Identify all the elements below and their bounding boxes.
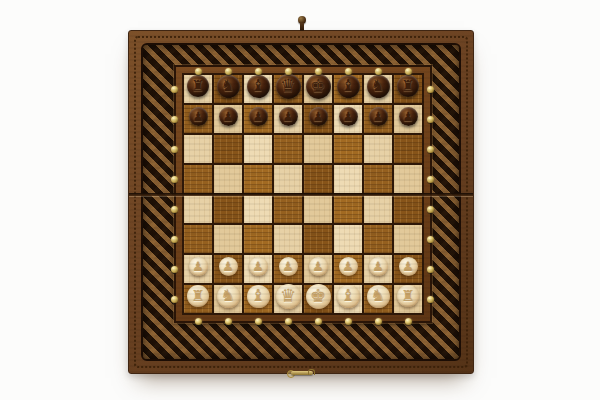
square-g4 [364, 195, 392, 223]
square-a2: ♟ [184, 255, 212, 283]
brass-stud-right-3 [427, 146, 434, 153]
square-e3 [304, 225, 332, 253]
piece-black-pawn-a7: ♟ [189, 107, 208, 126]
square-d1: ♛ [274, 285, 302, 313]
square-g2: ♟ [364, 255, 392, 283]
square-h5 [394, 165, 422, 193]
brass-stud-left-7 [171, 266, 178, 273]
photo-background: ♜♞♝♛♚♝♞♜♟♟♟♟♟♟♟♟♟♟♟♟♟♟♟♟♜♞♝♛♚♝♞♜ [0, 0, 600, 400]
brass-stud-left-3 [171, 146, 178, 153]
brass-stud-right-7 [427, 266, 434, 273]
square-h4 [394, 195, 422, 223]
piece-black-bishop-f8: ♝ [337, 75, 360, 98]
piece-white-rook-a1: ♜ [187, 285, 209, 307]
piece-white-bishop-c1: ♝ [247, 285, 270, 308]
square-a1: ♜ [184, 285, 212, 313]
brass-stud-top-2 [225, 68, 232, 75]
square-b2: ♟ [214, 255, 242, 283]
piece-black-pawn-g7: ♟ [369, 107, 388, 126]
piece-black-pawn-b7: ♟ [219, 107, 238, 126]
square-d4 [274, 195, 302, 223]
brass-stud-top-3 [255, 68, 262, 75]
square-c3 [244, 225, 272, 253]
brass-stud-bottom-6 [345, 318, 352, 325]
square-h2: ♟ [394, 255, 422, 283]
square-c4 [244, 195, 272, 223]
latch-hook [308, 369, 315, 375]
brass-stud-bottom-2 [225, 318, 232, 325]
brass-stud-top-6 [345, 68, 352, 75]
brass-stud-right-5 [427, 206, 434, 213]
brass-stud-left-8 [171, 296, 178, 303]
square-b4 [214, 195, 242, 223]
square-h3 [394, 225, 422, 253]
square-h1: ♜ [394, 285, 422, 313]
brass-stud-left-6 [171, 236, 178, 243]
square-f5 [334, 165, 362, 193]
piece-white-bishop-f1: ♝ [337, 285, 360, 308]
square-c7: ♟ [244, 105, 272, 133]
brass-stud-top-4 [285, 68, 292, 75]
piece-black-pawn-d7: ♟ [279, 107, 298, 126]
square-d3 [274, 225, 302, 253]
brass-stud-bottom-4 [285, 318, 292, 325]
square-c5 [244, 165, 272, 193]
square-g6 [364, 135, 392, 163]
brass-stud-bottom-3 [255, 318, 262, 325]
square-f1: ♝ [334, 285, 362, 313]
chess-box: ♜♞♝♛♚♝♞♜♟♟♟♟♟♟♟♟♟♟♟♟♟♟♟♟♜♞♝♛♚♝♞♜ [128, 30, 474, 374]
piece-white-king-e1: ♚ [306, 284, 331, 309]
square-e8: ♚ [304, 75, 332, 103]
brass-stud-left-5 [171, 206, 178, 213]
square-f7: ♟ [334, 105, 362, 133]
brass-stud-bottom-8 [405, 318, 412, 325]
square-d8: ♛ [274, 75, 302, 103]
square-e2: ♟ [304, 255, 332, 283]
brass-stud-left-4 [171, 176, 178, 183]
square-b5 [214, 165, 242, 193]
brass-stud-top-8 [405, 68, 412, 75]
square-g5 [364, 165, 392, 193]
piece-black-bishop-c8: ♝ [247, 75, 270, 98]
square-d5 [274, 165, 302, 193]
square-e5 [304, 165, 332, 193]
piece-white-pawn-f2: ♟ [339, 257, 358, 276]
piece-black-knight-g8: ♞ [367, 75, 390, 98]
brass-stud-right-6 [427, 236, 434, 243]
piece-black-king-e8: ♚ [306, 74, 331, 99]
square-e1: ♚ [304, 285, 332, 313]
piece-black-rook-h8: ♜ [397, 75, 419, 97]
piece-black-pawn-c7: ♟ [249, 107, 268, 126]
square-h7: ♟ [394, 105, 422, 133]
square-d6 [274, 135, 302, 163]
square-a8: ♜ [184, 75, 212, 103]
square-a7: ♟ [184, 105, 212, 133]
piece-white-pawn-c2: ♟ [249, 257, 268, 276]
piece-black-pawn-h7: ♟ [399, 107, 418, 126]
square-c6 [244, 135, 272, 163]
piece-white-knight-b1: ♞ [217, 285, 240, 308]
square-g7: ♟ [364, 105, 392, 133]
square-a5 [184, 165, 212, 193]
square-b1: ♞ [214, 285, 242, 313]
square-b7: ♟ [214, 105, 242, 133]
square-f6 [334, 135, 362, 163]
brass-stud-top-7 [375, 68, 382, 75]
square-b8: ♞ [214, 75, 242, 103]
piece-white-pawn-d2: ♟ [279, 257, 298, 276]
square-a6 [184, 135, 212, 163]
square-b6 [214, 135, 242, 163]
square-h8: ♜ [394, 75, 422, 103]
brass-stud-top-5 [315, 68, 322, 75]
square-f3 [334, 225, 362, 253]
square-b3 [214, 225, 242, 253]
hinge-pin-icon [298, 16, 306, 24]
square-f4 [334, 195, 362, 223]
square-c1: ♝ [244, 285, 272, 313]
brass-stud-right-8 [427, 296, 434, 303]
square-d7: ♟ [274, 105, 302, 133]
square-d2: ♟ [274, 255, 302, 283]
brass-stud-left-2 [171, 116, 178, 123]
piece-black-pawn-f7: ♟ [339, 107, 358, 126]
brass-stud-bottom-5 [315, 318, 322, 325]
brass-stud-right-4 [427, 176, 434, 183]
fold-seam [129, 193, 473, 196]
square-g8: ♞ [364, 75, 392, 103]
piece-black-rook-a8: ♜ [187, 75, 209, 97]
brass-stud-right-1 [427, 86, 434, 93]
brass-stud-right-2 [427, 116, 434, 123]
square-f8: ♝ [334, 75, 362, 103]
brass-stud-bottom-1 [195, 318, 202, 325]
brass-stud-left-1 [171, 86, 178, 93]
brass-stud-top-1 [195, 68, 202, 75]
square-f2: ♟ [334, 255, 362, 283]
latch-clasp-icon [287, 369, 315, 378]
square-e7: ♟ [304, 105, 332, 133]
piece-black-pawn-e7: ♟ [309, 107, 328, 126]
piece-black-knight-b8: ♞ [217, 75, 240, 98]
square-h6 [394, 135, 422, 163]
square-c8: ♝ [244, 75, 272, 103]
piece-black-queen-d8: ♛ [276, 74, 301, 99]
piece-white-pawn-a2: ♟ [189, 257, 208, 276]
piece-white-queen-d1: ♛ [276, 284, 301, 309]
square-e4 [304, 195, 332, 223]
piece-white-pawn-e2: ♟ [309, 257, 328, 276]
piece-white-knight-g1: ♞ [367, 285, 390, 308]
piece-white-pawn-b2: ♟ [219, 257, 238, 276]
brass-stud-bottom-7 [375, 318, 382, 325]
square-e6 [304, 135, 332, 163]
square-g3 [364, 225, 392, 253]
piece-white-pawn-h2: ♟ [399, 257, 418, 276]
piece-white-pawn-g2: ♟ [369, 257, 388, 276]
piece-white-rook-h1: ♜ [397, 285, 419, 307]
square-a3 [184, 225, 212, 253]
square-g1: ♞ [364, 285, 392, 313]
square-a4 [184, 195, 212, 223]
square-c2: ♟ [244, 255, 272, 283]
